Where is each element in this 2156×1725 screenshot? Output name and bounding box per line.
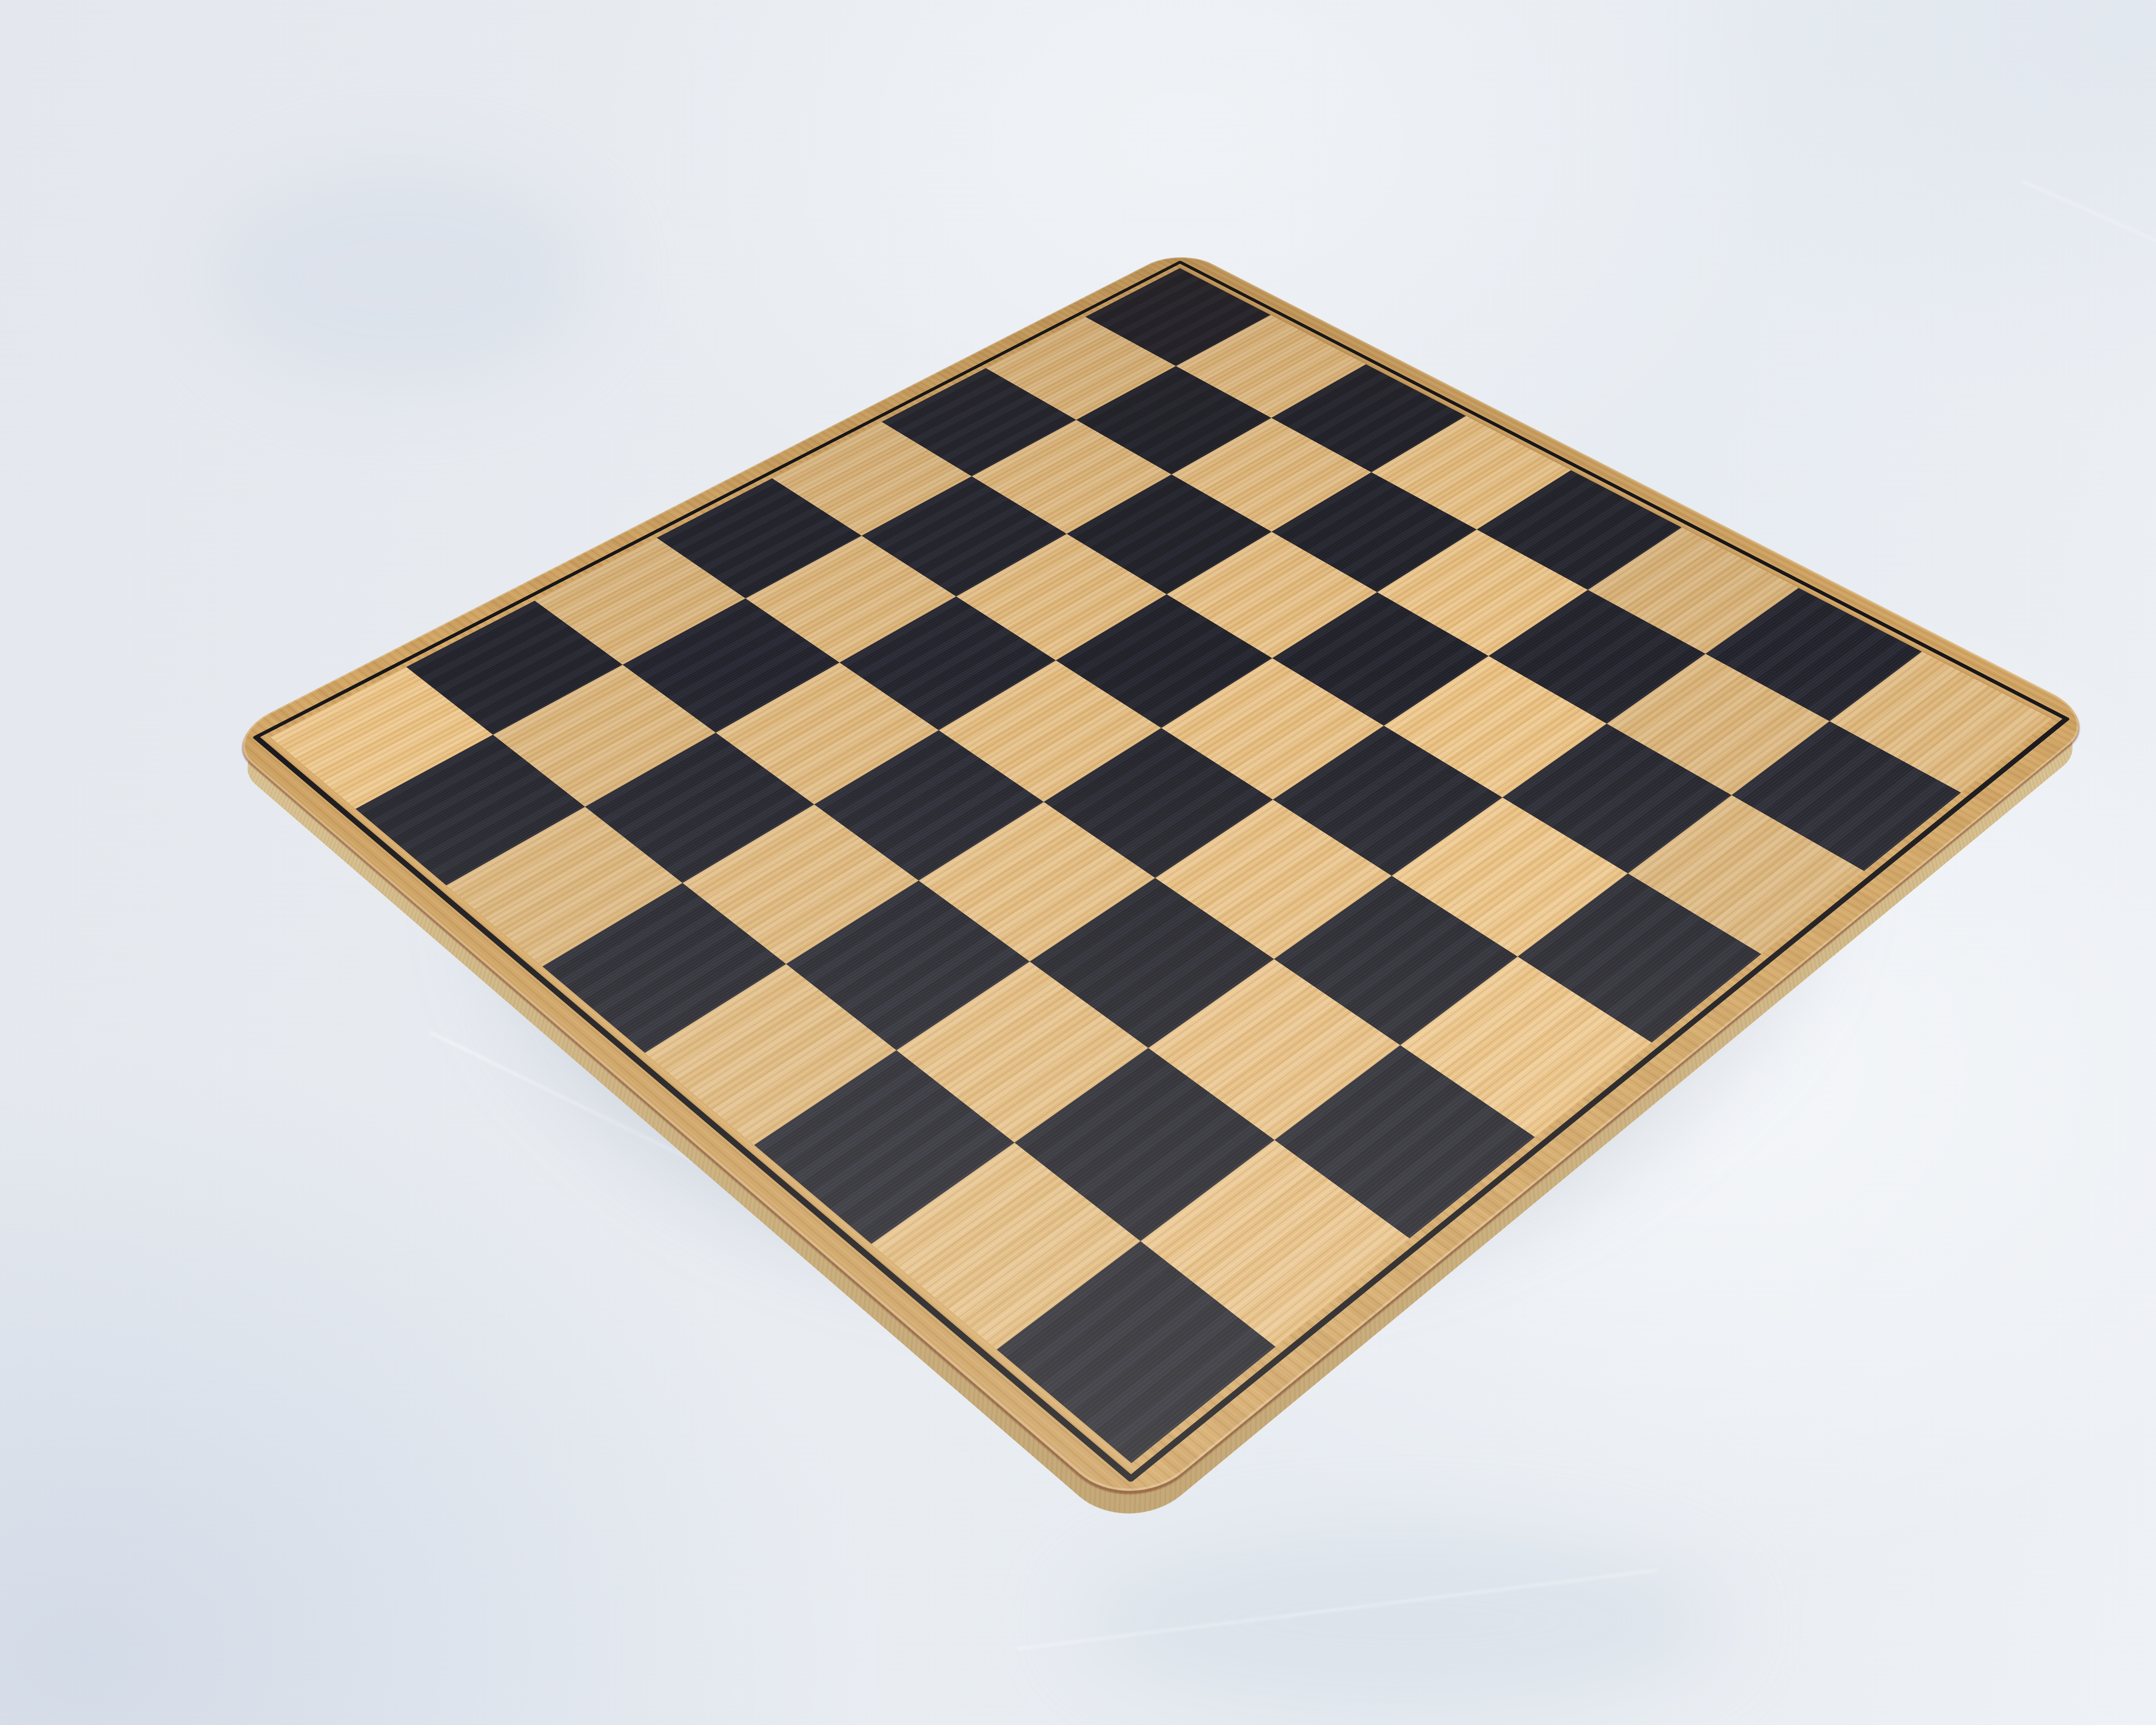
photo-background	[0, 0, 2156, 1725]
board-grid	[270, 268, 2052, 1463]
board-perspective-wrapper	[0, 0, 2156, 1725]
board-top-face	[222, 248, 2101, 1517]
chess-board	[222, 248, 2101, 1517]
